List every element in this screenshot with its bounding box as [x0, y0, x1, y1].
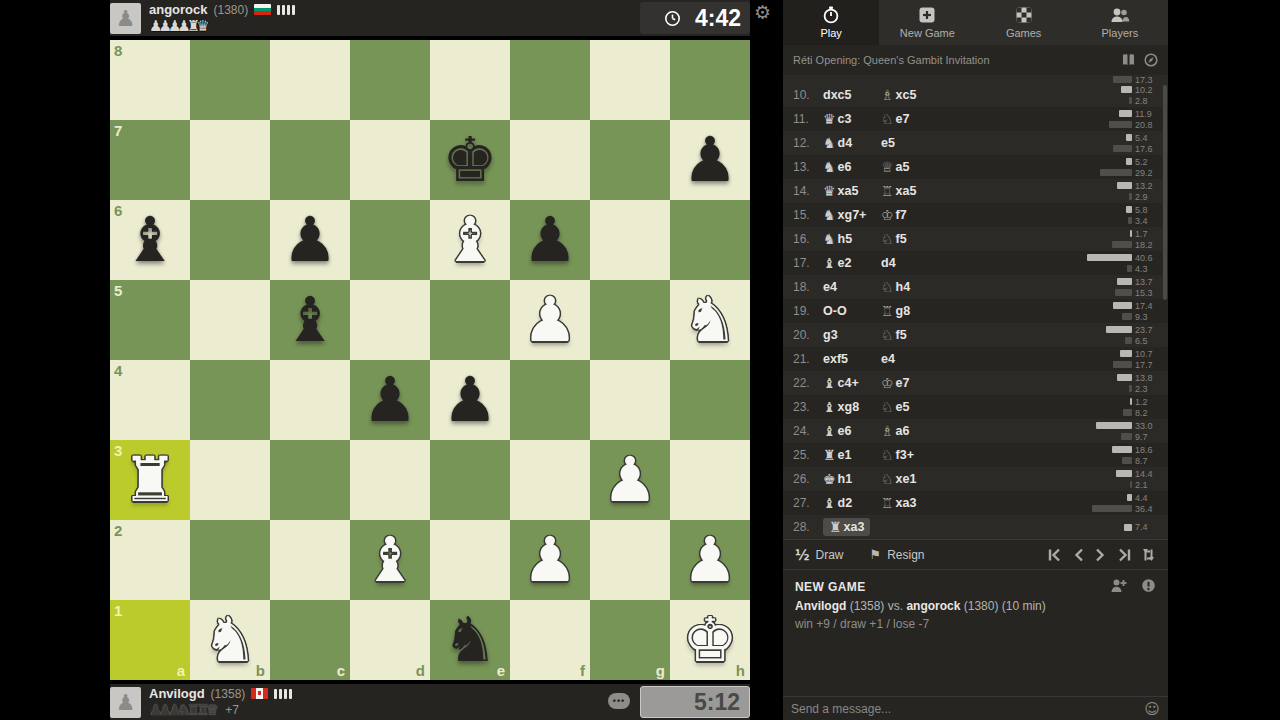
time-bar: [1106, 326, 1132, 333]
san-text: h1: [838, 472, 853, 486]
square-a1[interactable]: 1a: [110, 600, 190, 680]
square-d5[interactable]: [350, 280, 430, 360]
time-value: 17.6: [1132, 144, 1162, 154]
square-h6[interactable]: [670, 200, 750, 280]
black-move[interactable]: ♘e7: [881, 112, 1078, 126]
square-b2[interactable]: [190, 520, 270, 600]
black-move[interactable]: ♘xe1: [881, 472, 1078, 486]
white-move[interactable]: ♝xg8: [823, 400, 881, 414]
black-move[interactable]: e4: [881, 352, 1078, 366]
san-text: xa5: [896, 184, 917, 198]
move-row-21: 21.exf5e410.717.7: [783, 347, 1168, 371]
move-number: 24.: [793, 424, 823, 438]
square-f2[interactable]: ♟: [510, 520, 590, 600]
white-knight-b1[interactable]: ♞: [190, 600, 270, 680]
black-piece-icon: ♘: [881, 328, 894, 342]
draw-button[interactable]: Draw: [816, 548, 844, 562]
san-text: c3: [838, 112, 852, 126]
square-d6[interactable]: [350, 200, 430, 280]
tab-play-label: Play: [820, 27, 841, 39]
black-piece-icon: ♕: [881, 160, 894, 174]
black-player-rating: (1380): [964, 599, 999, 613]
time-value: 23.7: [1132, 325, 1162, 335]
chat-area: [783, 642, 1168, 696]
square-f6[interactable]: ♟: [510, 200, 590, 280]
message-bar[interactable]: Send a message... ☺: [783, 696, 1168, 720]
black-piece-icon: ♖: [881, 304, 894, 318]
square-f1[interactable]: f: [510, 600, 590, 680]
material-advantage: +7: [225, 702, 239, 718]
white-move[interactable]: ♞xg7+: [823, 208, 881, 222]
square-a2[interactable]: 2: [110, 520, 190, 600]
white-move[interactable]: O-O: [823, 304, 881, 318]
white-move[interactable]: ♝d2: [823, 496, 881, 510]
black-move[interactable]: ♗xc5: [881, 88, 1078, 102]
white-piece-icon: ♝: [823, 256, 836, 270]
move-number: 23.: [793, 400, 823, 414]
file-label-d: d: [416, 662, 425, 679]
tab-new-game[interactable]: New Game: [879, 0, 975, 45]
white-move[interactable]: ♞e6: [823, 160, 881, 174]
prev-move-button[interactable]: [1072, 547, 1085, 563]
time-bar: [1109, 121, 1132, 128]
move-number: 20.: [793, 328, 823, 342]
time-value: 20.8: [1132, 120, 1162, 130]
rank-label-8: 8: [114, 42, 122, 59]
top-captured-pieces: ♟♟♟♟♜♛: [149, 18, 289, 34]
move-row-27: 27.♝d2♖xa34.436.4: [783, 491, 1168, 515]
bottom-clock-time: 5:12: [694, 689, 740, 716]
time-bar: [1113, 76, 1132, 83]
time-bar: [1115, 289, 1132, 296]
square-g6[interactable]: [590, 200, 670, 280]
rank-label-1: 1: [114, 602, 122, 619]
chat-bubble-icon[interactable]: •••: [608, 693, 630, 709]
time-bar: [1121, 433, 1132, 440]
black-piece-icon: ♘: [881, 112, 894, 126]
san-text: a5: [896, 160, 910, 174]
move-row-17: 17.♝e2d440.64.3: [783, 251, 1168, 275]
move-number: 12.: [793, 136, 823, 150]
square-f8[interactable]: [510, 40, 590, 120]
white-move[interactable]: ♛xa5: [823, 184, 881, 198]
move-row-26: 26.♚h1♘xe114.42.1: [783, 467, 1168, 491]
move-row-clipped: 17.3: [783, 75, 1168, 83]
white-move[interactable]: ♜xa3: [823, 518, 870, 536]
white-rook-a3[interactable]: ♜: [110, 440, 190, 520]
move-row-12: 12.♞d4e55.417.6: [783, 131, 1168, 155]
white-pawn-f5[interactable]: ♟: [510, 280, 590, 360]
black-pawn-h7[interactable]: ♟: [670, 120, 750, 200]
bottom-player-rating: (1358): [211, 687, 246, 701]
side-panel: Play New Game Games: [783, 0, 1168, 720]
book-icon[interactable]: [1121, 53, 1136, 67]
san-text: e2: [838, 256, 852, 270]
san-text: f5: [896, 232, 907, 246]
white-move[interactable]: ♜e1: [823, 448, 881, 462]
square-g8[interactable]: [590, 40, 670, 120]
time-value: 17.7: [1132, 360, 1162, 370]
new-game-summary: NEW GAME Anvilogd (1358) vs. angorock (1…: [783, 570, 1168, 642]
square-a8[interactable]: 8: [110, 40, 190, 120]
bottom-captured-pieces: ♟♟♟♞♜♜♛: [149, 702, 215, 718]
square-h8[interactable]: [670, 40, 750, 120]
square-h1[interactable]: h♚: [670, 600, 750, 680]
plus-square-icon: [918, 6, 936, 24]
white-move[interactable]: dxc5: [823, 88, 881, 102]
san-text: g8: [896, 304, 911, 318]
square-h2[interactable]: ♟: [670, 520, 750, 600]
square-g7[interactable]: [590, 120, 670, 200]
time-bar: [1096, 422, 1132, 429]
time-bar: [1124, 524, 1132, 531]
san-text: g3: [823, 328, 838, 342]
move-row-25: 25.♜e1♘f3+18.68.7: [783, 443, 1168, 467]
top-player-avatar[interactable]: ♟: [110, 3, 141, 34]
move-row-20: 20.g3♘f523.76.5: [783, 323, 1168, 347]
white-move[interactable]: ♞h5: [823, 232, 881, 246]
flip-board-button[interactable]: [1141, 547, 1156, 563]
report-alert-icon[interactable]: [1141, 578, 1156, 593]
white-move[interactable]: ♝e6: [823, 424, 881, 438]
last-move-button[interactable]: [1116, 547, 1132, 563]
time-value: 11.9: [1132, 109, 1162, 119]
time-value: 13.8: [1132, 373, 1162, 383]
time-value: 15.3: [1132, 288, 1162, 298]
square-b4[interactable]: [190, 360, 270, 440]
square-c6[interactable]: ♟: [270, 200, 350, 280]
san-text: d4: [838, 136, 853, 150]
black-piece-icon: ♘: [881, 448, 894, 462]
bulgaria-flag-icon: [254, 4, 271, 15]
white-player-name: Anvilogd: [795, 599, 846, 613]
square-f4[interactable]: [510, 360, 590, 440]
square-c7[interactable]: [270, 120, 350, 200]
square-b1[interactable]: b♞: [190, 600, 270, 680]
move-row-11: 11.♛c3♘e711.920.8: [783, 107, 1168, 131]
top-clock-time: 4:42: [695, 5, 741, 32]
time-value: 5.4: [1132, 133, 1162, 143]
san-text: O-O: [823, 304, 847, 318]
square-g2[interactable]: [590, 520, 670, 600]
bottom-player-name[interactable]: Anvilogd: [149, 686, 205, 701]
move-number: 21.: [793, 352, 823, 366]
square-e5[interactable]: [430, 280, 510, 360]
square-h5[interactable]: ♞: [670, 280, 750, 360]
time-bar: [1113, 361, 1132, 368]
square-e8[interactable]: [430, 40, 510, 120]
white-bishop-d2[interactable]: ♝: [350, 520, 430, 600]
move-number: 11.: [793, 112, 823, 126]
san-text: a6: [896, 424, 910, 438]
time-value: 8.2: [1132, 408, 1162, 418]
white-move[interactable]: exf5: [823, 352, 881, 366]
time-bar: [1087, 254, 1132, 261]
white-piece-icon: ♝: [823, 496, 836, 510]
square-b3[interactable]: [190, 440, 270, 520]
time-value: 1.7: [1132, 229, 1162, 239]
white-pawn-f2[interactable]: ♟: [510, 520, 590, 600]
black-move[interactable]: ♖g8: [881, 304, 1078, 318]
square-b8[interactable]: [190, 40, 270, 120]
time-value: 3.4: [1132, 216, 1162, 226]
rank-label-4: 4: [114, 362, 122, 379]
black-piece-icon: ♔: [881, 208, 894, 222]
white-piece-icon: ♝: [823, 376, 836, 390]
move-row-19: 19.O-O♖g817.49.3: [783, 299, 1168, 323]
black-pawn-c6[interactable]: ♟: [270, 200, 350, 280]
black-pawn-f6[interactable]: ♟: [510, 200, 590, 280]
white-move[interactable]: ♞d4: [823, 136, 881, 150]
white-player-rating: (1358): [850, 599, 885, 613]
square-e1[interactable]: e♞: [430, 600, 510, 680]
players-icon: [1110, 6, 1130, 24]
move-number: 26.: [793, 472, 823, 486]
add-friend-icon[interactable]: [1110, 578, 1127, 593]
white-move[interactable]: ♚h1: [823, 472, 881, 486]
black-move[interactable]: e5: [881, 136, 1078, 150]
file-label-g: g: [656, 662, 665, 679]
next-move-button[interactable]: [1094, 547, 1107, 563]
first-move-button[interactable]: [1047, 547, 1063, 563]
square-d3[interactable]: [350, 440, 430, 520]
move-row-24: 24.♝e6♗a633.09.7: [783, 419, 1168, 443]
resign-button[interactable]: Resign: [887, 548, 924, 562]
move-number: 25.: [793, 448, 823, 462]
file-label-a: a: [177, 662, 185, 679]
panel-tab-bar: Play New Game Games: [783, 0, 1168, 45]
time-value: 40.6: [1132, 253, 1162, 263]
san-text: f3+: [896, 448, 914, 462]
stopwatch-icon: [822, 6, 840, 24]
message-input[interactable]: Send a message...: [791, 702, 1144, 716]
san-text: xe1: [896, 472, 917, 486]
black-move[interactable]: ♔e7: [881, 376, 1078, 390]
chess-board[interactable]: 87♚♟6♝♟♝♟5♝♟♞4♟♟3♜♟2♝♟♟1ab♞cde♞fgh♚: [110, 40, 750, 680]
square-e2[interactable]: [430, 520, 510, 600]
time-value: 29.2: [1132, 168, 1162, 178]
black-move[interactable]: ♘e5: [881, 400, 1078, 414]
black-king-e7[interactable]: ♚: [430, 120, 510, 200]
square-e3[interactable]: [430, 440, 510, 520]
square-d4[interactable]: ♟: [350, 360, 430, 440]
black-move[interactable]: ♕a5: [881, 160, 1078, 174]
white-piece-icon: ♞: [823, 232, 836, 246]
san-text: e4: [881, 352, 895, 366]
move-row-13: 13.♞e6♕a55.229.2: [783, 155, 1168, 179]
white-piece-icon: ♜: [823, 448, 836, 462]
san-text: xa5: [838, 184, 859, 198]
time-value: 17.3: [1132, 75, 1162, 83]
square-a4[interactable]: 4: [110, 360, 190, 440]
square-c5[interactable]: ♝: [270, 280, 350, 360]
time-value: 18.2: [1132, 240, 1162, 250]
bottom-player-bar: ♟ Anvilogd (1358) ♟♟♟♞♜♜♛ +7 ••• 5:12: [110, 684, 750, 720]
gear-icon[interactable]: ⚙: [754, 1, 771, 23]
black-piece-icon: ♘: [881, 280, 894, 294]
time-value: 13.2: [1132, 181, 1162, 191]
black-piece-icon: ♔: [881, 376, 894, 390]
move-number: 13.: [793, 160, 823, 174]
time-bar: [1121, 86, 1132, 93]
tab-games[interactable]: Games: [976, 0, 1072, 45]
explore-compass-icon[interactable]: [1144, 53, 1158, 67]
san-text: e1: [838, 448, 852, 462]
white-pawn-h2[interactable]: ♟: [670, 520, 750, 600]
move-number: 17.: [793, 256, 823, 270]
tab-players-label: Players: [1102, 27, 1139, 39]
white-pawn-g3[interactable]: ♟: [590, 440, 670, 520]
top-player-clock: 4:42: [640, 2, 750, 34]
black-piece-icon: ♘: [881, 400, 894, 414]
emoji-icon[interactable]: ☺: [1144, 700, 1160, 718]
san-text: e7: [896, 112, 910, 126]
opening-name[interactable]: Réti Opening: Queen's Gambit Invitation: [793, 54, 1113, 66]
square-a7[interactable]: 7: [110, 120, 190, 200]
board-icon: [1015, 6, 1033, 24]
top-player-name[interactable]: angorock: [149, 2, 208, 17]
white-piece-icon: ♛: [823, 112, 836, 126]
square-g3[interactable]: ♟: [590, 440, 670, 520]
time-value: 10.7: [1132, 349, 1162, 359]
move-row-28: 28.♜xa37.4: [783, 515, 1168, 539]
rank-label-5: 5: [114, 282, 122, 299]
white-move[interactable]: g3: [823, 328, 881, 342]
bottom-player-avatar[interactable]: ♟: [110, 687, 141, 718]
square-c2[interactable]: [270, 520, 350, 600]
opening-row: Réti Opening: Queen's Gambit Invitation: [783, 45, 1168, 75]
move-number: 14.: [793, 184, 823, 198]
time-value: 6.5: [1132, 336, 1162, 346]
black-move[interactable]: ♔f7: [881, 208, 1078, 222]
square-c8[interactable]: [270, 40, 350, 120]
time-value: 4.3: [1132, 264, 1162, 274]
white-piece-icon: ♜: [829, 520, 842, 534]
move-number: 28.: [793, 520, 823, 534]
square-d8[interactable]: [350, 40, 430, 120]
black-knight-e1[interactable]: ♞: [430, 600, 510, 680]
game-controls: ½ Draw ⚑ Resign: [783, 539, 1168, 570]
san-text: e7: [896, 376, 910, 390]
square-a3[interactable]: 3♜: [110, 440, 190, 520]
square-g4[interactable]: [590, 360, 670, 440]
square-h7[interactable]: ♟: [670, 120, 750, 200]
new-game-matchup: Anvilogd (1358) vs. angorock (1380) (10 …: [795, 599, 1156, 613]
white-move[interactable]: e4: [823, 280, 881, 294]
square-f5[interactable]: ♟: [510, 280, 590, 360]
white-piece-icon: ♞: [823, 160, 836, 174]
square-a6[interactable]: 6♝: [110, 200, 190, 280]
square-f7[interactable]: [510, 120, 590, 200]
black-move[interactable]: ♘f3+: [881, 448, 1078, 462]
square-e7[interactable]: ♚: [430, 120, 510, 200]
time-value: 2.8: [1132, 96, 1162, 106]
white-piece-icon: ♞: [823, 208, 836, 222]
black-move[interactable]: ♘f5: [881, 232, 1078, 246]
white-knight-h5[interactable]: ♞: [670, 280, 750, 360]
time-value: 13.7: [1132, 277, 1162, 287]
time-control-label: (10 min): [1002, 599, 1046, 613]
canada-flag-icon: [251, 688, 268, 699]
black-pawn-d4[interactable]: ♟: [350, 360, 430, 440]
black-piece-icon: ♖: [881, 184, 894, 198]
tab-players[interactable]: Players: [1072, 0, 1168, 45]
tab-play[interactable]: Play: [783, 0, 879, 45]
move-number: 22.: [793, 376, 823, 390]
black-player-name: angorock: [906, 599, 960, 613]
resign-flag-icon: ⚑: [870, 547, 882, 562]
white-piece-icon: ♞: [823, 136, 836, 150]
black-move[interactable]: ♘h4: [881, 280, 1078, 294]
black-move[interactable]: ♘f5: [881, 328, 1078, 342]
square-h3[interactable]: [670, 440, 750, 520]
white-move[interactable]: ♝e2: [823, 256, 881, 270]
black-move[interactable]: ♖xa3: [881, 496, 1078, 510]
black-piece-icon: ♘: [881, 472, 894, 486]
file-label-c: c: [337, 662, 345, 679]
tab-new-game-label: New Game: [900, 27, 955, 39]
move-row-23: 23.♝xg8♘e51.28.2: [783, 395, 1168, 419]
square-d1[interactable]: d: [350, 600, 430, 680]
bottom-player-clock: 5:12: [640, 686, 750, 718]
white-piece-icon: ♝: [823, 400, 836, 414]
san-text: xg7+: [838, 208, 867, 222]
square-b5[interactable]: [190, 280, 270, 360]
black-bishop-a6[interactable]: ♝: [110, 200, 190, 280]
square-a5[interactable]: 5: [110, 280, 190, 360]
move-number: 15.: [793, 208, 823, 222]
square-h4[interactable]: [670, 360, 750, 440]
square-b6[interactable]: [190, 200, 270, 280]
san-text: e6: [838, 160, 852, 174]
san-text: xg8: [838, 400, 860, 414]
square-c1[interactable]: c: [270, 600, 350, 680]
square-e6[interactable]: ♝: [430, 200, 510, 280]
black-bishop-c5[interactable]: ♝: [270, 280, 350, 360]
white-move[interactable]: ♝c4+: [823, 376, 881, 390]
square-c3[interactable]: [270, 440, 350, 520]
square-b7[interactable]: [190, 120, 270, 200]
black-piece-icon: ♘: [881, 232, 894, 246]
time-bar: [1119, 110, 1132, 117]
move-row-14: 14.♛xa5♖xa513.22.9: [783, 179, 1168, 203]
white-move[interactable]: ♛c3: [823, 112, 881, 126]
black-pawn-e4[interactable]: ♟: [430, 360, 510, 440]
square-e4[interactable]: ♟: [430, 360, 510, 440]
connection-bars-icon: [274, 689, 292, 699]
white-bishop-e6[interactable]: ♝: [430, 200, 510, 280]
vs-label: vs.: [888, 599, 903, 613]
move-number: 10.: [793, 88, 823, 102]
square-g5[interactable]: [590, 280, 670, 360]
black-move[interactable]: ♖xa5: [881, 184, 1078, 198]
move-row-15: 15.♞xg7+♔f75.83.4: [783, 203, 1168, 227]
square-c4[interactable]: [270, 360, 350, 440]
white-piece-icon: ♛: [823, 184, 836, 198]
black-move[interactable]: d4: [881, 256, 1078, 270]
square-d7[interactable]: [350, 120, 430, 200]
square-d2[interactable]: ♝: [350, 520, 430, 600]
white-king-h1[interactable]: ♚: [670, 600, 750, 680]
time-bar: [1113, 145, 1132, 152]
move-list[interactable]: 17.310.dxc5♗xc510.22.811.♛c3♘e711.920.81…: [783, 75, 1168, 539]
move-list-scrollbar[interactable]: [1163, 85, 1167, 300]
black-move[interactable]: ♗a6: [881, 424, 1078, 438]
black-piece-icon: ♖: [881, 496, 894, 510]
square-f3[interactable]: [510, 440, 590, 520]
square-g1[interactable]: g: [590, 600, 670, 680]
rank-label-2: 2: [114, 522, 122, 539]
